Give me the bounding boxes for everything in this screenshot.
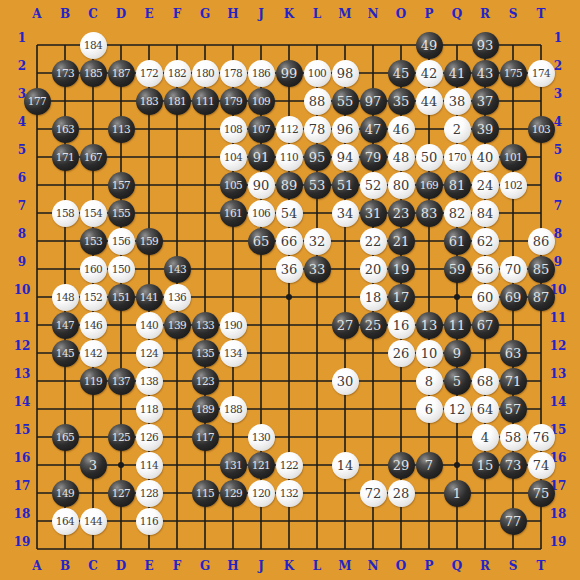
intersection-M3[interactable]: 55 [331, 87, 359, 115]
intersection-A5[interactable] [23, 143, 51, 171]
intersection-T6[interactable] [527, 171, 555, 199]
black-stone-N11[interactable]: 25 [360, 312, 387, 339]
intersection-R2[interactable]: 43 [471, 59, 499, 87]
intersection-L5[interactable]: 95 [303, 143, 331, 171]
intersection-E9[interactable] [135, 255, 163, 283]
intersection-H15[interactable] [219, 423, 247, 451]
black-stone-O2[interactable]: 45 [388, 60, 415, 87]
intersection-P4[interactable] [415, 115, 443, 143]
intersection-B15[interactable]: 165 [51, 423, 79, 451]
intersection-K2[interactable]: 99 [275, 59, 303, 87]
intersection-O19[interactable] [387, 535, 415, 563]
intersection-H18[interactable] [219, 507, 247, 535]
white-stone-M13[interactable]: 30 [332, 368, 359, 395]
intersection-D19[interactable] [107, 535, 135, 563]
intersection-O6[interactable]: 80 [387, 171, 415, 199]
intersection-H14[interactable]: 188 [219, 395, 247, 423]
intersection-A19[interactable] [23, 535, 51, 563]
black-stone-C13[interactable]: 119 [80, 368, 107, 395]
intersection-O14[interactable] [387, 395, 415, 423]
intersection-M12[interactable] [331, 339, 359, 367]
intersection-A6[interactable] [23, 171, 51, 199]
intersection-N12[interactable] [359, 339, 387, 367]
black-stone-O10[interactable]: 17 [388, 284, 415, 311]
intersection-R4[interactable]: 39 [471, 115, 499, 143]
white-stone-K16[interactable]: 122 [276, 452, 303, 479]
white-stone-T2[interactable]: 174 [528, 60, 555, 87]
intersection-L16[interactable] [303, 451, 331, 479]
white-stone-J15[interactable]: 130 [248, 424, 275, 451]
intersection-B5[interactable]: 171 [51, 143, 79, 171]
intersection-N11[interactable]: 25 [359, 311, 387, 339]
intersection-R6[interactable]: 24 [471, 171, 499, 199]
white-stone-D9[interactable]: 150 [108, 256, 135, 283]
intersection-E1[interactable] [135, 31, 163, 59]
white-stone-S9[interactable]: 70 [500, 256, 527, 283]
intersection-K6[interactable]: 89 [275, 171, 303, 199]
intersection-F15[interactable] [163, 423, 191, 451]
black-stone-Q12[interactable]: 9 [444, 340, 471, 367]
intersection-Q14[interactable]: 12 [443, 395, 471, 423]
intersection-H12[interactable]: 134 [219, 339, 247, 367]
intersection-H10[interactable] [219, 283, 247, 311]
intersection-M13[interactable]: 30 [331, 367, 359, 395]
white-stone-J2[interactable]: 186 [248, 60, 275, 87]
intersection-P13[interactable]: 8 [415, 367, 443, 395]
intersection-K10[interactable] [275, 283, 303, 311]
black-stone-G13[interactable]: 123 [192, 368, 219, 395]
intersection-D9[interactable]: 150 [107, 255, 135, 283]
white-stone-B18[interactable]: 164 [52, 508, 79, 535]
black-stone-R16[interactable]: 15 [472, 452, 499, 479]
intersection-A13[interactable] [23, 367, 51, 395]
black-stone-F11[interactable]: 139 [164, 312, 191, 339]
intersection-L4[interactable]: 78 [303, 115, 331, 143]
intersection-J1[interactable] [247, 31, 275, 59]
intersection-F11[interactable]: 139 [163, 311, 191, 339]
intersection-N7[interactable]: 31 [359, 199, 387, 227]
intersection-F5[interactable] [163, 143, 191, 171]
intersection-B13[interactable] [51, 367, 79, 395]
intersection-O1[interactable] [387, 31, 415, 59]
intersection-N5[interactable]: 79 [359, 143, 387, 171]
intersection-E19[interactable] [135, 535, 163, 563]
black-stone-Q2[interactable]: 41 [444, 60, 471, 87]
white-stone-N8[interactable]: 22 [360, 228, 387, 255]
intersection-G4[interactable] [191, 115, 219, 143]
intersection-Q10[interactable] [443, 283, 471, 311]
black-stone-T9[interactable]: 85 [528, 256, 555, 283]
intersection-F4[interactable] [163, 115, 191, 143]
intersection-E16[interactable]: 114 [135, 451, 163, 479]
intersection-E10[interactable]: 141 [135, 283, 163, 311]
intersection-L6[interactable]: 53 [303, 171, 331, 199]
intersection-Q2[interactable]: 41 [443, 59, 471, 87]
black-stone-H3[interactable]: 179 [220, 88, 247, 115]
intersection-J17[interactable]: 120 [247, 479, 275, 507]
white-stone-L4[interactable]: 78 [304, 116, 331, 143]
intersection-G10[interactable] [191, 283, 219, 311]
intersection-D8[interactable]: 156 [107, 227, 135, 255]
intersection-P12[interactable]: 10 [415, 339, 443, 367]
intersection-D6[interactable]: 157 [107, 171, 135, 199]
intersection-Q7[interactable]: 82 [443, 199, 471, 227]
intersection-F12[interactable] [163, 339, 191, 367]
black-stone-S14[interactable]: 57 [500, 396, 527, 423]
intersection-D4[interactable]: 113 [107, 115, 135, 143]
intersection-S10[interactable]: 69 [499, 283, 527, 311]
black-stone-R2[interactable]: 43 [472, 60, 499, 87]
intersection-H1[interactable] [219, 31, 247, 59]
intersection-C4[interactable] [79, 115, 107, 143]
intersection-L7[interactable] [303, 199, 331, 227]
intersection-S13[interactable]: 71 [499, 367, 527, 395]
intersection-J6[interactable]: 90 [247, 171, 275, 199]
intersection-H2[interactable]: 178 [219, 59, 247, 87]
white-stone-M7[interactable]: 34 [332, 200, 359, 227]
black-stone-B4[interactable]: 163 [52, 116, 79, 143]
intersection-D17[interactable]: 127 [107, 479, 135, 507]
intersection-K17[interactable]: 132 [275, 479, 303, 507]
intersection-T5[interactable] [527, 143, 555, 171]
white-stone-C1[interactable]: 184 [80, 32, 107, 59]
intersection-J5[interactable]: 91 [247, 143, 275, 171]
intersection-F9[interactable]: 143 [163, 255, 191, 283]
intersection-A14[interactable] [23, 395, 51, 423]
intersection-E11[interactable]: 140 [135, 311, 163, 339]
intersection-R19[interactable] [471, 535, 499, 563]
intersection-H6[interactable]: 105 [219, 171, 247, 199]
intersection-P8[interactable] [415, 227, 443, 255]
intersection-R13[interactable]: 68 [471, 367, 499, 395]
intersection-M6[interactable]: 51 [331, 171, 359, 199]
white-stone-M2[interactable]: 98 [332, 60, 359, 87]
white-stone-R5[interactable]: 40 [472, 144, 499, 171]
intersection-A16[interactable] [23, 451, 51, 479]
intersection-G14[interactable]: 189 [191, 395, 219, 423]
white-stone-K7[interactable]: 54 [276, 200, 303, 227]
white-stone-S15[interactable]: 58 [500, 424, 527, 451]
intersection-Q15[interactable] [443, 423, 471, 451]
black-stone-E10[interactable]: 141 [136, 284, 163, 311]
intersection-P3[interactable]: 44 [415, 87, 443, 115]
intersection-F13[interactable] [163, 367, 191, 395]
intersection-C10[interactable]: 152 [79, 283, 107, 311]
intersection-R9[interactable]: 56 [471, 255, 499, 283]
black-stone-L9[interactable]: 33 [304, 256, 331, 283]
black-stone-R3[interactable]: 37 [472, 88, 499, 115]
intersection-R18[interactable] [471, 507, 499, 535]
intersection-D12[interactable] [107, 339, 135, 367]
intersection-Q3[interactable]: 38 [443, 87, 471, 115]
black-stone-P7[interactable]: 83 [416, 200, 443, 227]
black-stone-P6[interactable]: 169 [416, 172, 443, 199]
intersection-B4[interactable]: 163 [51, 115, 79, 143]
white-stone-H4[interactable]: 108 [220, 116, 247, 143]
intersection-G6[interactable] [191, 171, 219, 199]
intersection-S6[interactable]: 102 [499, 171, 527, 199]
black-stone-P1[interactable]: 49 [416, 32, 443, 59]
intersection-J13[interactable] [247, 367, 275, 395]
intersection-F6[interactable] [163, 171, 191, 199]
intersection-C14[interactable] [79, 395, 107, 423]
intersection-R1[interactable]: 93 [471, 31, 499, 59]
black-stone-T10[interactable]: 87 [528, 284, 555, 311]
black-stone-Q17[interactable]: 1 [444, 480, 471, 507]
intersection-O10[interactable]: 17 [387, 283, 415, 311]
intersection-T12[interactable] [527, 339, 555, 367]
intersection-D10[interactable]: 151 [107, 283, 135, 311]
intersection-D7[interactable]: 155 [107, 199, 135, 227]
black-stone-H6[interactable]: 105 [220, 172, 247, 199]
intersection-E17[interactable]: 128 [135, 479, 163, 507]
intersection-J7[interactable]: 106 [247, 199, 275, 227]
intersection-J15[interactable]: 130 [247, 423, 275, 451]
intersection-L17[interactable] [303, 479, 331, 507]
intersection-M8[interactable] [331, 227, 359, 255]
intersection-D16[interactable] [107, 451, 135, 479]
intersection-H13[interactable] [219, 367, 247, 395]
intersection-T2[interactable]: 174 [527, 59, 555, 87]
intersection-B11[interactable]: 147 [51, 311, 79, 339]
white-stone-L8[interactable]: 32 [304, 228, 331, 255]
white-stone-O5[interactable]: 48 [388, 144, 415, 171]
intersection-D5[interactable] [107, 143, 135, 171]
intersection-C1[interactable]: 184 [79, 31, 107, 59]
black-stone-T4[interactable]: 103 [528, 116, 555, 143]
intersection-T8[interactable]: 86 [527, 227, 555, 255]
intersection-T17[interactable]: 75 [527, 479, 555, 507]
black-stone-D2[interactable]: 187 [108, 60, 135, 87]
black-stone-D4[interactable]: 113 [108, 116, 135, 143]
intersection-K18[interactable] [275, 507, 303, 535]
white-stone-E2[interactable]: 172 [136, 60, 163, 87]
intersection-M9[interactable] [331, 255, 359, 283]
intersection-D14[interactable] [107, 395, 135, 423]
intersection-G16[interactable] [191, 451, 219, 479]
intersection-N9[interactable]: 20 [359, 255, 387, 283]
black-stone-H7[interactable]: 161 [220, 200, 247, 227]
intersection-D3[interactable] [107, 87, 135, 115]
intersection-S5[interactable]: 101 [499, 143, 527, 171]
intersection-C6[interactable] [79, 171, 107, 199]
intersection-G11[interactable]: 133 [191, 311, 219, 339]
intersection-M18[interactable] [331, 507, 359, 535]
intersection-M5[interactable]: 94 [331, 143, 359, 171]
white-stone-P14[interactable]: 6 [416, 396, 443, 423]
intersection-L3[interactable]: 88 [303, 87, 331, 115]
intersection-R16[interactable]: 15 [471, 451, 499, 479]
intersection-B18[interactable]: 164 [51, 507, 79, 535]
black-stone-G3[interactable]: 111 [192, 88, 219, 115]
intersection-H3[interactable]: 179 [219, 87, 247, 115]
intersection-R17[interactable] [471, 479, 499, 507]
black-stone-T17[interactable]: 75 [528, 480, 555, 507]
intersection-L9[interactable]: 33 [303, 255, 331, 283]
intersection-F7[interactable] [163, 199, 191, 227]
white-stone-F10[interactable]: 136 [164, 284, 191, 311]
white-stone-J6[interactable]: 90 [248, 172, 275, 199]
black-stone-C5[interactable]: 167 [80, 144, 107, 171]
intersection-G5[interactable] [191, 143, 219, 171]
intersection-P10[interactable] [415, 283, 443, 311]
intersection-P18[interactable] [415, 507, 443, 535]
intersection-R7[interactable]: 84 [471, 199, 499, 227]
intersection-N4[interactable]: 47 [359, 115, 387, 143]
intersection-G19[interactable] [191, 535, 219, 563]
intersection-M11[interactable]: 27 [331, 311, 359, 339]
intersection-S18[interactable]: 77 [499, 507, 527, 535]
intersection-C18[interactable]: 144 [79, 507, 107, 535]
black-stone-K2[interactable]: 99 [276, 60, 303, 87]
white-stone-M16[interactable]: 14 [332, 452, 359, 479]
intersection-J11[interactable] [247, 311, 275, 339]
intersection-R3[interactable]: 37 [471, 87, 499, 115]
black-stone-N7[interactable]: 31 [360, 200, 387, 227]
intersection-K8[interactable]: 66 [275, 227, 303, 255]
intersection-K15[interactable] [275, 423, 303, 451]
intersection-M10[interactable] [331, 283, 359, 311]
intersection-P19[interactable] [415, 535, 443, 563]
intersection-B2[interactable]: 173 [51, 59, 79, 87]
intersection-R8[interactable]: 62 [471, 227, 499, 255]
black-stone-S16[interactable]: 73 [500, 452, 527, 479]
intersection-B6[interactable] [51, 171, 79, 199]
black-stone-N4[interactable]: 47 [360, 116, 387, 143]
intersection-E7[interactable] [135, 199, 163, 227]
black-stone-G15[interactable]: 117 [192, 424, 219, 451]
black-stone-G17[interactable]: 115 [192, 480, 219, 507]
intersection-L14[interactable] [303, 395, 331, 423]
black-stone-Q11[interactable]: 11 [444, 312, 471, 339]
intersection-O9[interactable]: 19 [387, 255, 415, 283]
black-stone-C8[interactable]: 153 [80, 228, 107, 255]
white-stone-R15[interactable]: 4 [472, 424, 499, 451]
intersection-L2[interactable]: 100 [303, 59, 331, 87]
intersection-Q6[interactable]: 81 [443, 171, 471, 199]
intersection-O8[interactable]: 21 [387, 227, 415, 255]
intersection-E13[interactable]: 138 [135, 367, 163, 395]
white-stone-O4[interactable]: 46 [388, 116, 415, 143]
intersection-S16[interactable]: 73 [499, 451, 527, 479]
intersection-E12[interactable]: 124 [135, 339, 163, 367]
black-stone-F3[interactable]: 181 [164, 88, 191, 115]
intersection-D15[interactable]: 125 [107, 423, 135, 451]
intersection-F3[interactable]: 181 [163, 87, 191, 115]
intersection-K13[interactable] [275, 367, 303, 395]
black-stone-G14[interactable]: 189 [192, 396, 219, 423]
black-stone-E3[interactable]: 183 [136, 88, 163, 115]
intersection-S19[interactable] [499, 535, 527, 563]
black-stone-S12[interactable]: 63 [500, 340, 527, 367]
black-stone-S18[interactable]: 77 [500, 508, 527, 535]
intersection-C7[interactable]: 154 [79, 199, 107, 227]
black-stone-Q8[interactable]: 61 [444, 228, 471, 255]
intersection-L1[interactable] [303, 31, 331, 59]
intersection-T3[interactable] [527, 87, 555, 115]
intersection-E8[interactable]: 159 [135, 227, 163, 255]
intersection-O2[interactable]: 45 [387, 59, 415, 87]
intersection-N15[interactable] [359, 423, 387, 451]
white-stone-B10[interactable]: 148 [52, 284, 79, 311]
intersection-A15[interactable] [23, 423, 51, 451]
intersection-Q4[interactable]: 2 [443, 115, 471, 143]
intersection-E14[interactable]: 118 [135, 395, 163, 423]
intersection-Q5[interactable]: 170 [443, 143, 471, 171]
black-stone-C2[interactable]: 185 [80, 60, 107, 87]
intersection-O11[interactable]: 16 [387, 311, 415, 339]
black-stone-J16[interactable]: 121 [248, 452, 275, 479]
intersection-J3[interactable]: 109 [247, 87, 275, 115]
intersection-G7[interactable] [191, 199, 219, 227]
intersection-C3[interactable] [79, 87, 107, 115]
intersection-N18[interactable] [359, 507, 387, 535]
intersection-S12[interactable]: 63 [499, 339, 527, 367]
intersection-O7[interactable]: 23 [387, 199, 415, 227]
intersection-N2[interactable] [359, 59, 387, 87]
intersection-K7[interactable]: 54 [275, 199, 303, 227]
intersection-A17[interactable] [23, 479, 51, 507]
black-stone-S13[interactable]: 71 [500, 368, 527, 395]
intersection-J19[interactable] [247, 535, 275, 563]
white-stone-E13[interactable]: 138 [136, 368, 163, 395]
intersection-E2[interactable]: 172 [135, 59, 163, 87]
intersection-A7[interactable] [23, 199, 51, 227]
intersection-M16[interactable]: 14 [331, 451, 359, 479]
intersection-M7[interactable]: 34 [331, 199, 359, 227]
black-stone-P11[interactable]: 13 [416, 312, 443, 339]
intersection-H17[interactable]: 129 [219, 479, 247, 507]
intersection-T11[interactable] [527, 311, 555, 339]
intersection-K5[interactable]: 110 [275, 143, 303, 171]
black-stone-D17[interactable]: 127 [108, 480, 135, 507]
intersection-G3[interactable]: 111 [191, 87, 219, 115]
white-stone-N9[interactable]: 20 [360, 256, 387, 283]
intersection-H11[interactable]: 190 [219, 311, 247, 339]
intersection-H16[interactable]: 131 [219, 451, 247, 479]
intersection-R12[interactable] [471, 339, 499, 367]
intersection-H4[interactable]: 108 [219, 115, 247, 143]
intersection-L18[interactable] [303, 507, 331, 535]
intersection-B17[interactable]: 149 [51, 479, 79, 507]
intersection-S15[interactable]: 58 [499, 423, 527, 451]
black-stone-B17[interactable]: 149 [52, 480, 79, 507]
intersection-K19[interactable] [275, 535, 303, 563]
white-stone-Q4[interactable]: 2 [444, 116, 471, 143]
intersection-H19[interactable] [219, 535, 247, 563]
intersection-D11[interactable] [107, 311, 135, 339]
intersection-G18[interactable] [191, 507, 219, 535]
intersection-F18[interactable] [163, 507, 191, 535]
black-stone-N5[interactable]: 79 [360, 144, 387, 171]
white-stone-P3[interactable]: 44 [416, 88, 443, 115]
black-stone-G11[interactable]: 133 [192, 312, 219, 339]
intersection-J16[interactable]: 121 [247, 451, 275, 479]
intersection-O15[interactable] [387, 423, 415, 451]
intersection-C13[interactable]: 119 [79, 367, 107, 395]
intersection-J4[interactable]: 107 [247, 115, 275, 143]
intersection-S2[interactable]: 175 [499, 59, 527, 87]
intersection-C19[interactable] [79, 535, 107, 563]
black-stone-B15[interactable]: 165 [52, 424, 79, 451]
intersection-M17[interactable] [331, 479, 359, 507]
intersection-K3[interactable] [275, 87, 303, 115]
black-stone-K6[interactable]: 89 [276, 172, 303, 199]
intersection-P7[interactable]: 83 [415, 199, 443, 227]
intersection-P6[interactable]: 169 [415, 171, 443, 199]
white-stone-N6[interactable]: 52 [360, 172, 387, 199]
intersection-B19[interactable] [51, 535, 79, 563]
